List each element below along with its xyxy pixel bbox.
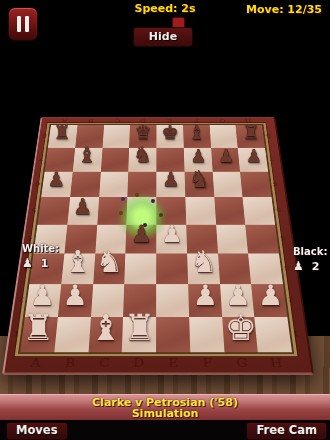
- square-h2[interactable]: [251, 284, 287, 317]
- file-label-g: G: [224, 352, 260, 372]
- square-g6[interactable]: [212, 172, 242, 197]
- square-d3[interactable]: [124, 253, 156, 284]
- square-f5[interactable]: [185, 197, 216, 224]
- square-a6[interactable]: [41, 172, 72, 197]
- square-h1[interactable]: [255, 317, 292, 352]
- square-f8[interactable]: [183, 125, 211, 148]
- square-c3[interactable]: [93, 253, 126, 284]
- black-captures-label: Black:: [293, 246, 327, 257]
- square-g3[interactable]: [218, 253, 252, 284]
- square-e7[interactable]: [156, 148, 184, 172]
- square-b2[interactable]: [58, 284, 93, 317]
- white-captures-count: 1: [41, 257, 49, 270]
- square-h3[interactable]: [248, 253, 283, 284]
- square-a7[interactable]: [45, 148, 75, 172]
- square-b5[interactable]: [67, 197, 99, 224]
- file-label-far-g: G: [209, 118, 236, 126]
- square-a8[interactable]: [48, 125, 77, 148]
- square-h6[interactable]: [240, 172, 271, 197]
- square-c1[interactable]: [88, 317, 123, 352]
- move-counter: Move: 12/35: [246, 3, 322, 16]
- square-c2[interactable]: [90, 284, 124, 317]
- square-b4[interactable]: [64, 224, 97, 253]
- file-label-b: B: [52, 352, 88, 372]
- square-h4[interactable]: [245, 224, 279, 253]
- rank-label-7: 7: [265, 148, 279, 172]
- square-e3[interactable]: [156, 253, 188, 284]
- square-f3[interactable]: [187, 253, 220, 284]
- square-f1[interactable]: [189, 317, 224, 352]
- rank-label-4: 4: [275, 224, 290, 253]
- file-labels-near: ABCDEFGH: [17, 352, 294, 372]
- hide-button[interactable]: Hide: [133, 27, 193, 47]
- file-labels-far: ABCDEFGH: [51, 118, 262, 126]
- square-c4[interactable]: [95, 224, 127, 253]
- square-e6[interactable]: [156, 172, 185, 197]
- square-e2[interactable]: [156, 284, 189, 317]
- game-title-bar: Clarke v Petrosian ('58) Simulation: [0, 394, 330, 422]
- file-label-e: E: [156, 352, 191, 372]
- square-d7[interactable]: [128, 148, 156, 172]
- file-label-c: C: [87, 352, 122, 372]
- square-e5[interactable]: [156, 197, 186, 224]
- square-a5[interactable]: [37, 197, 69, 224]
- square-b6[interactable]: [70, 172, 101, 197]
- square-a1[interactable]: [20, 317, 58, 352]
- square-g2[interactable]: [220, 284, 255, 317]
- file-label-far-d: D: [130, 118, 156, 126]
- square-e1[interactable]: [156, 317, 190, 352]
- black-captured-pawn-icon: ♟: [293, 259, 304, 273]
- square-c5[interactable]: [97, 197, 128, 224]
- square-e4[interactable]: [156, 224, 187, 253]
- square-g7[interactable]: [211, 148, 241, 172]
- square-d4[interactable]: [126, 224, 157, 253]
- square-e8[interactable]: [156, 125, 183, 148]
- square-d5[interactable]: [127, 197, 157, 224]
- square-d1[interactable]: [122, 317, 156, 352]
- square-h7[interactable]: [238, 148, 268, 172]
- board-grid[interactable]: [20, 125, 292, 352]
- file-label-far-c: C: [104, 118, 131, 126]
- moves-button[interactable]: Moves: [6, 422, 68, 440]
- rank-label-6: 6: [268, 172, 282, 197]
- square-g1[interactable]: [222, 317, 258, 352]
- file-label-d: D: [121, 352, 156, 372]
- square-d8[interactable]: [129, 125, 156, 148]
- file-label-far-h: H: [235, 118, 262, 126]
- square-d6[interactable]: [128, 172, 157, 197]
- square-g4[interactable]: [216, 224, 249, 253]
- square-f4[interactable]: [186, 224, 218, 253]
- file-label-f: F: [190, 352, 225, 372]
- square-g5[interactable]: [214, 197, 245, 224]
- file-label-far-a: A: [51, 118, 78, 126]
- square-b1[interactable]: [54, 317, 90, 352]
- square-b7[interactable]: [73, 148, 103, 172]
- square-c7[interactable]: [100, 148, 129, 172]
- square-b3[interactable]: [61, 253, 95, 284]
- square-g8[interactable]: [209, 125, 238, 148]
- pause-icon: [17, 16, 21, 32]
- square-d2[interactable]: [123, 284, 156, 317]
- bottom-toolbar: Moves Free Cam: [0, 420, 330, 440]
- file-label-far-e: E: [156, 118, 182, 126]
- free-cam-button[interactable]: Free Cam: [246, 422, 327, 440]
- chess-app-screen: ABCDEFGH 87654321 87654321 ABCDEFGH ♜♛♚♝…: [0, 0, 330, 440]
- rank-label-5: 5: [272, 197, 287, 224]
- black-captures-panel: Black: ♟ 2: [293, 246, 327, 273]
- game-subtitle: Simulation: [132, 408, 199, 420]
- file-label-far-b: B: [77, 118, 104, 126]
- square-a2[interactable]: [25, 284, 61, 317]
- white-captures-panel: White: ♟ 1: [22, 243, 59, 270]
- pause-button[interactable]: [8, 7, 38, 41]
- square-h8[interactable]: [236, 125, 265, 148]
- file-label-h: H: [258, 352, 295, 372]
- square-c8[interactable]: [102, 125, 130, 148]
- square-f6[interactable]: [184, 172, 214, 197]
- file-label-a: A: [17, 352, 54, 372]
- white-captured-pawn-icon: ♟: [22, 256, 33, 270]
- white-captures-label: White:: [22, 243, 59, 254]
- square-f2[interactable]: [188, 284, 222, 317]
- pause-icon: [25, 16, 29, 32]
- file-label-far-f: F: [183, 118, 210, 126]
- square-b8[interactable]: [75, 125, 104, 148]
- black-captures-count: 2: [312, 260, 320, 273]
- square-h5[interactable]: [243, 197, 275, 224]
- square-c6[interactable]: [99, 172, 129, 197]
- rank-label-8: 8: [262, 125, 275, 148]
- square-f7[interactable]: [184, 148, 213, 172]
